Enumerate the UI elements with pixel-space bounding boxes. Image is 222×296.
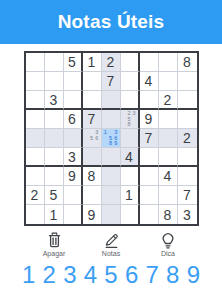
cell-r4c1[interactable] (26, 110, 45, 129)
cell-r3c2[interactable]: 3 (45, 91, 64, 110)
hint-button[interactable]: Dica (144, 231, 192, 257)
cell-r7c2[interactable] (45, 167, 64, 186)
cell-r3c5[interactable] (102, 91, 121, 110)
cell-r6c7[interactable] (140, 148, 159, 167)
cell-r7c5[interactable] (102, 167, 121, 186)
cell-r2c7[interactable]: 4 (140, 72, 159, 91)
cell-r4c6[interactable]: 2358 (121, 110, 140, 129)
cell-r1c7[interactable] (140, 53, 159, 72)
cell-r6c6[interactable]: 4 (121, 148, 140, 167)
cell-r2c4[interactable] (83, 72, 102, 91)
numpad-2[interactable]: 2 (43, 263, 56, 287)
cell-r9c7[interactable] (140, 205, 159, 224)
hint-label: Dica (161, 250, 175, 257)
cell-r9c1[interactable] (26, 205, 45, 224)
cell-r5c8[interactable] (159, 129, 178, 148)
cell-r2c6[interactable] (121, 72, 140, 91)
cell-r3c3[interactable] (64, 91, 83, 110)
cell-r7c7[interactable] (140, 167, 159, 186)
cell-r4c4[interactable]: 7 (83, 110, 102, 129)
cell-r1c8[interactable] (159, 53, 178, 72)
cell-r1c4[interactable]: 1 (83, 53, 102, 72)
cell-r8c4[interactable] (83, 186, 102, 205)
cell-r1c6[interactable] (121, 53, 140, 72)
cell-r7c9[interactable] (178, 167, 197, 186)
cell-r6c1[interactable] (26, 148, 45, 167)
cell-r9c3[interactable] (64, 205, 83, 224)
cell-r9c2[interactable]: 1 (45, 205, 64, 224)
cell-r2c9[interactable] (178, 72, 197, 91)
cell-r5c6[interactable] (121, 129, 140, 148)
cell-r5c2[interactable] (45, 129, 64, 148)
cell-r1c3[interactable]: 5 (64, 53, 83, 72)
cell-r3c4[interactable] (83, 91, 102, 110)
cell-r5c5[interactable]: 135689 (102, 129, 121, 148)
cell-r6c8[interactable] (159, 148, 178, 167)
page-title: Notas Úteis (58, 11, 165, 33)
number-pad: 123456789 (22, 263, 200, 287)
toolbar: Apagar Notas Dica (30, 231, 192, 257)
cell-r9c6[interactable] (121, 205, 140, 224)
erase-label: Apagar (43, 250, 66, 257)
cell-r7c6[interactable] (121, 167, 140, 186)
cell-r5c9[interactable]: 2 (178, 129, 197, 148)
numpad-5[interactable]: 5 (104, 263, 117, 287)
cell-r5c3[interactable] (64, 129, 83, 148)
cell-r9c4[interactable]: 9 (83, 205, 102, 224)
cell-r5c4[interactable]: 356 (83, 129, 102, 148)
cell-r6c9[interactable] (178, 148, 197, 167)
cell-r4c5[interactable] (102, 110, 121, 129)
cell-r2c8[interactable] (159, 72, 178, 91)
cell-r9c5[interactable] (102, 205, 121, 224)
pencil-icon (102, 231, 121, 249)
cell-r6c5[interactable] (102, 148, 121, 167)
cell-r8c6[interactable]: 1 (121, 186, 140, 205)
cell-r8c5[interactable] (102, 186, 121, 205)
notes-button[interactable]: Notas (87, 231, 135, 257)
trash-icon (46, 231, 63, 249)
numpad-6[interactable]: 6 (125, 263, 138, 287)
cell-r4c8[interactable] (159, 110, 178, 129)
cell-r8c2[interactable]: 5 (45, 186, 64, 205)
cell-r8c3[interactable] (64, 186, 83, 205)
cell-r7c4[interactable]: 8 (83, 167, 102, 186)
cell-r3c7[interactable] (140, 91, 159, 110)
cell-r5c7[interactable]: 7 (140, 129, 159, 148)
pencil-notes: 135689 (102, 129, 120, 147)
cell-r1c2[interactable] (45, 53, 64, 72)
lightbulb-icon (160, 231, 176, 249)
cell-r2c3[interactable] (64, 72, 83, 91)
cell-r8c9[interactable]: 7 (178, 186, 197, 205)
cell-r2c2[interactable] (45, 72, 64, 91)
cell-r1c5[interactable]: 2 (102, 53, 121, 72)
cell-r4c9[interactable] (178, 110, 197, 129)
cell-r8c8[interactable] (159, 186, 178, 205)
cell-r8c1[interactable]: 2 (26, 186, 45, 205)
numpad-8[interactable]: 8 (166, 263, 179, 287)
erase-button[interactable]: Apagar (30, 231, 78, 257)
cell-r3c6[interactable] (121, 91, 140, 110)
cell-r4c7[interactable]: 9 (140, 110, 159, 129)
cell-r4c2[interactable] (45, 110, 64, 129)
notes-label: Notas (102, 250, 120, 257)
cell-r7c8[interactable]: 4 (159, 167, 178, 186)
cell-r4c3[interactable]: 6 (64, 110, 83, 129)
cell-r5c1[interactable] (26, 129, 45, 148)
numpad-3[interactable]: 3 (63, 263, 76, 287)
cell-r7c1[interactable] (26, 167, 45, 186)
numpad-9[interactable]: 9 (187, 263, 200, 287)
cell-r3c1[interactable] (26, 91, 45, 110)
pencil-notes: 356 (83, 129, 101, 147)
cell-r9c8[interactable]: 8 (159, 205, 178, 224)
app-header: Notas Úteis (0, 0, 222, 44)
cell-r6c2[interactable] (45, 148, 64, 167)
pencil-notes: 2358 (121, 110, 138, 128)
numpad-7[interactable]: 7 (145, 263, 158, 287)
cell-r2c1[interactable] (26, 72, 45, 91)
cell-r6c3[interactable]: 3 (64, 148, 83, 167)
cell-r3c8[interactable]: 2 (159, 91, 178, 110)
cell-r6c4[interactable] (83, 148, 102, 167)
sudoku-board: 512874326723589356135689723498425171983 (24, 51, 199, 226)
cell-r1c1[interactable] (26, 53, 45, 72)
cell-r1c9[interactable]: 8 (178, 53, 197, 72)
cell-r8c7[interactable] (140, 186, 159, 205)
cell-r3c9[interactable] (178, 91, 197, 110)
numpad-4[interactable]: 4 (84, 263, 97, 287)
cell-r7c3[interactable]: 9 (64, 167, 83, 186)
cell-r2c5[interactable]: 7 (102, 72, 121, 91)
numpad-1[interactable]: 1 (22, 263, 35, 287)
cell-r9c9[interactable]: 3 (178, 205, 197, 224)
